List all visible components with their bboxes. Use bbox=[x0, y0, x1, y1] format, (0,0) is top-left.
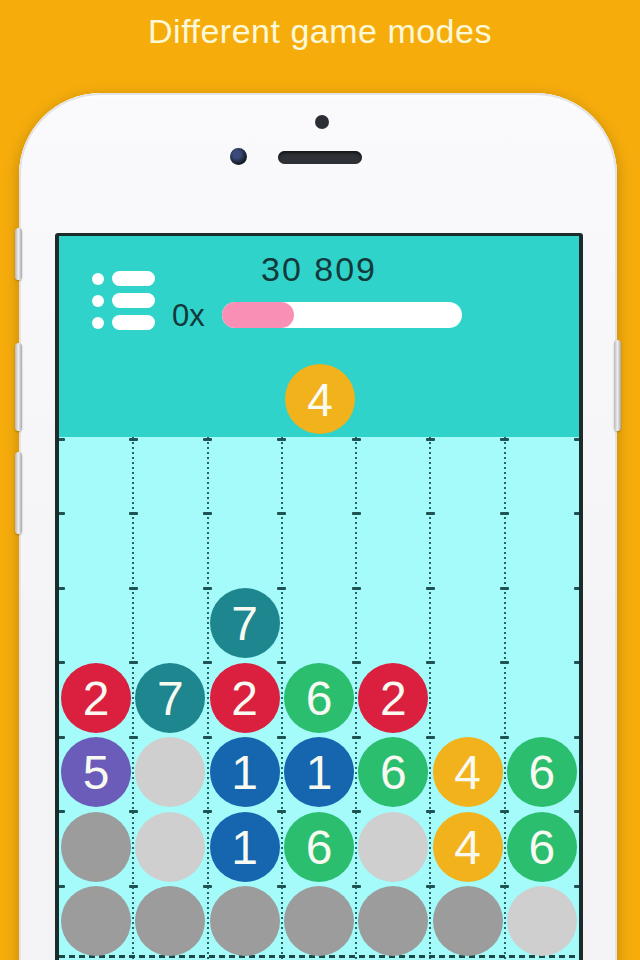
disc-number: 5 bbox=[61, 737, 131, 808]
blocked-disc bbox=[210, 886, 280, 956]
multiplier-progress-fill bbox=[222, 302, 294, 328]
row-tick-mark bbox=[500, 587, 509, 590]
row-tick-mark bbox=[129, 810, 138, 813]
number-disc: 6 bbox=[358, 737, 428, 807]
front-camera bbox=[230, 148, 247, 165]
row-tick-mark bbox=[352, 512, 361, 515]
row-tick-mark bbox=[277, 512, 286, 515]
row-tick-mark bbox=[574, 438, 580, 441]
number-disc: 4 bbox=[433, 737, 503, 807]
menu-dot-icon bbox=[92, 295, 104, 307]
column-divider-line bbox=[429, 437, 431, 959]
number-disc: 7 bbox=[210, 588, 280, 658]
number-disc: 2 bbox=[358, 663, 428, 733]
disc-number: 2 bbox=[61, 663, 131, 734]
row-tick-mark bbox=[59, 438, 65, 441]
row-tick-mark bbox=[500, 661, 509, 664]
row-tick-mark bbox=[574, 587, 580, 590]
number-disc: 1 bbox=[284, 737, 354, 807]
number-disc: 6 bbox=[507, 737, 577, 807]
row-tick-mark bbox=[59, 512, 65, 515]
blocked-disc bbox=[433, 886, 503, 956]
number-disc: 2 bbox=[61, 663, 131, 733]
disc-number: 1 bbox=[284, 737, 354, 808]
row-tick-mark bbox=[500, 438, 509, 441]
banner-title: Different game modes bbox=[0, 12, 640, 51]
row-tick-mark bbox=[277, 438, 286, 441]
row-tick-mark bbox=[59, 885, 65, 888]
disc-number: 6 bbox=[284, 812, 354, 883]
menu-bar-icon bbox=[112, 293, 155, 308]
power-button bbox=[614, 340, 621, 431]
number-disc: 2 bbox=[210, 663, 280, 733]
blocked-disc bbox=[358, 812, 428, 882]
row-tick-mark bbox=[574, 661, 580, 664]
screenshot-root: Different game modes 30 809 bbox=[0, 0, 640, 960]
blocked-disc bbox=[358, 886, 428, 956]
game-header: 30 809 bbox=[59, 236, 579, 437]
row-tick-mark bbox=[500, 512, 509, 515]
column-divider-line bbox=[207, 437, 209, 959]
row-tick-mark bbox=[277, 885, 286, 888]
disc-number: 6 bbox=[284, 663, 354, 734]
mute-switch bbox=[15, 228, 22, 280]
row-tick-mark bbox=[129, 438, 138, 441]
number-disc: 6 bbox=[284, 663, 354, 733]
number-disc: 4 bbox=[433, 812, 503, 882]
blocked-disc bbox=[507, 886, 577, 956]
row-tick-mark bbox=[426, 885, 435, 888]
number-disc: 1 bbox=[210, 812, 280, 882]
disc-number: 7 bbox=[210, 588, 280, 659]
blocked-disc bbox=[135, 886, 205, 956]
menu-button[interactable] bbox=[92, 271, 155, 330]
blocked-disc bbox=[135, 812, 205, 882]
column-divider-line bbox=[281, 437, 283, 959]
list-menu-icon bbox=[92, 293, 155, 308]
number-disc: 6 bbox=[507, 812, 577, 882]
blocked-disc bbox=[61, 886, 131, 956]
multiplier-label: 0x bbox=[172, 298, 205, 334]
blocked-disc bbox=[61, 812, 131, 882]
row-tick-mark bbox=[129, 587, 138, 590]
list-menu-icon bbox=[92, 315, 155, 330]
disc-number: 6 bbox=[358, 737, 428, 808]
row-tick-mark bbox=[426, 438, 435, 441]
menu-dot-icon bbox=[92, 273, 104, 285]
number-disc: 1 bbox=[210, 737, 280, 807]
list-menu-icon bbox=[92, 271, 155, 286]
row-tick-mark bbox=[129, 512, 138, 515]
disc-number: 1 bbox=[210, 737, 280, 808]
game-screen: 30 809 bbox=[59, 236, 579, 960]
row-tick-mark bbox=[352, 587, 361, 590]
disc-number: 6 bbox=[507, 737, 577, 808]
disc-number: 4 bbox=[433, 737, 503, 808]
disc-number: 2 bbox=[358, 663, 428, 734]
row-tick-mark bbox=[203, 438, 212, 441]
disc-number: 6 bbox=[507, 812, 577, 883]
sensor-dot bbox=[315, 115, 329, 129]
phone-screen: 30 809 bbox=[55, 233, 583, 960]
disc-number: 7 bbox=[135, 663, 205, 734]
number-disc: 6 bbox=[284, 812, 354, 882]
next-disc-value: 4 bbox=[285, 364, 355, 436]
row-tick-mark bbox=[59, 810, 65, 813]
row-tick-mark bbox=[426, 587, 435, 590]
multiplier-progress-bar bbox=[222, 302, 462, 328]
row-tick-mark bbox=[500, 885, 509, 888]
row-tick-mark bbox=[203, 885, 212, 888]
row-tick-mark bbox=[59, 587, 65, 590]
speaker-grille bbox=[278, 151, 362, 164]
column-divider-line bbox=[355, 437, 357, 959]
menu-dot-icon bbox=[92, 317, 104, 329]
menu-bar-icon bbox=[112, 271, 155, 286]
number-disc: 5 bbox=[61, 737, 131, 807]
volume-down-button bbox=[15, 452, 22, 534]
number-disc: 7 bbox=[135, 663, 205, 733]
row-tick-mark bbox=[574, 885, 580, 888]
row-tick-mark bbox=[426, 512, 435, 515]
row-tick-mark bbox=[129, 885, 138, 888]
menu-bar-icon bbox=[112, 315, 155, 330]
blocked-disc bbox=[135, 737, 205, 807]
phone-frame: 30 809 bbox=[19, 93, 617, 960]
row-tick-mark bbox=[352, 438, 361, 441]
column-divider-line bbox=[504, 437, 506, 959]
disc-number: 1 bbox=[210, 812, 280, 883]
row-tick-mark bbox=[203, 512, 212, 515]
blocked-disc bbox=[284, 886, 354, 956]
column-divider-line bbox=[132, 437, 134, 959]
row-tick-mark bbox=[574, 512, 580, 515]
volume-up-button bbox=[15, 343, 22, 431]
next-disc: 4 bbox=[285, 364, 355, 434]
row-tick-mark bbox=[352, 885, 361, 888]
disc-number: 2 bbox=[210, 663, 280, 734]
game-board[interactable]: 7272625116461646 bbox=[59, 437, 579, 960]
disc-number: 4 bbox=[433, 812, 503, 883]
